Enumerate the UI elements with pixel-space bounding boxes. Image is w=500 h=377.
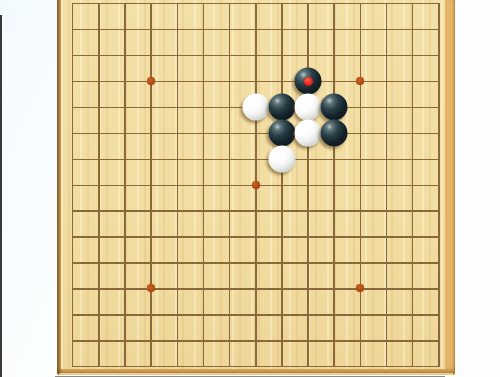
black-stone: [321, 119, 348, 146]
stones-layer: [72, 3, 440, 368]
black-stone: [268, 119, 295, 146]
white-stone: [295, 93, 322, 120]
white-stone: [268, 145, 295, 172]
black-stone: [295, 68, 322, 95]
board-surface[interactable]: [61, 0, 445, 369]
black-stone: [321, 93, 348, 120]
board-grid[interactable]: [72, 3, 440, 368]
black-stone: [268, 93, 295, 120]
game-screen: [0, 0, 500, 377]
white-stone: [295, 119, 322, 146]
white-stone: [242, 93, 269, 120]
capture-artifact-left: [0, 15, 2, 377]
last-move-marker-icon: [304, 77, 313, 86]
go-board[interactable]: [57, 0, 455, 375]
